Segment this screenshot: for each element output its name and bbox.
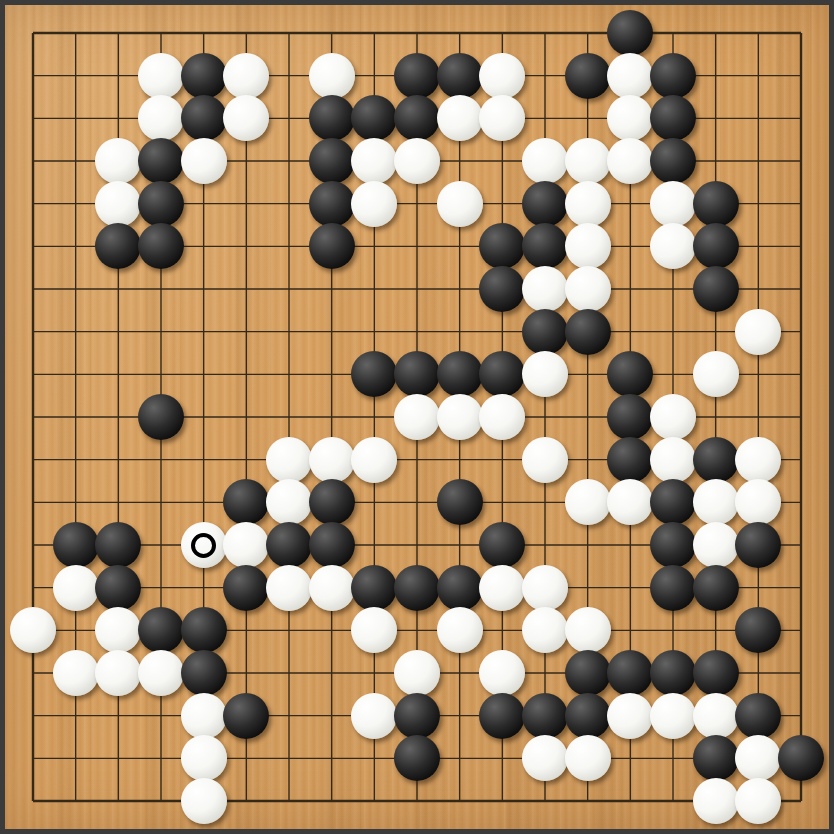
stone-white xyxy=(522,266,568,312)
stone-black xyxy=(223,565,269,611)
stone-black xyxy=(565,309,611,355)
stone-white xyxy=(309,437,355,483)
stone-white xyxy=(693,778,739,824)
stone-white xyxy=(522,565,568,611)
stone-black xyxy=(607,10,653,56)
stone-black xyxy=(650,650,696,696)
stone-white xyxy=(394,650,440,696)
stone-black xyxy=(351,565,397,611)
stone-white xyxy=(522,437,568,483)
stone-white xyxy=(650,437,696,483)
stone-black xyxy=(565,650,611,696)
stone-white xyxy=(522,351,568,397)
stone-black xyxy=(650,479,696,525)
stone-black xyxy=(309,522,355,568)
stone-black xyxy=(693,223,739,269)
stone-black xyxy=(693,181,739,227)
stone-white xyxy=(479,565,525,611)
stone-black xyxy=(735,693,781,739)
stone-white xyxy=(138,650,184,696)
stone-white xyxy=(735,778,781,824)
stone-black xyxy=(650,95,696,141)
go-board[interactable] xyxy=(0,0,834,834)
stone-white xyxy=(522,607,568,653)
stone-white xyxy=(266,479,312,525)
stone-black xyxy=(181,650,227,696)
stone-black xyxy=(693,437,739,483)
stone-white xyxy=(565,138,611,184)
stone-black xyxy=(95,565,141,611)
stone-black xyxy=(309,95,355,141)
stone-black xyxy=(565,693,611,739)
stone-white xyxy=(309,565,355,611)
last-move-marker xyxy=(191,533,216,558)
stone-black xyxy=(522,693,568,739)
stone-white xyxy=(53,650,99,696)
stone-black xyxy=(650,565,696,611)
stone-black xyxy=(437,565,483,611)
stone-white xyxy=(138,95,184,141)
stone-black xyxy=(138,394,184,440)
stone-white xyxy=(565,479,611,525)
stone-white xyxy=(394,138,440,184)
stone-white xyxy=(181,522,227,568)
stone-white xyxy=(565,181,611,227)
stone-white xyxy=(479,53,525,99)
stone-white xyxy=(650,693,696,739)
stone-black xyxy=(394,735,440,781)
stone-black xyxy=(565,53,611,99)
stone-black xyxy=(394,693,440,739)
stone-white xyxy=(650,181,696,227)
stone-black xyxy=(181,95,227,141)
stone-black xyxy=(693,565,739,611)
stone-white xyxy=(266,565,312,611)
stone-black xyxy=(735,522,781,568)
stone-white xyxy=(394,394,440,440)
stone-black xyxy=(138,607,184,653)
stone-white xyxy=(437,607,483,653)
stone-white xyxy=(735,437,781,483)
stone-black xyxy=(479,266,525,312)
stone-white xyxy=(607,53,653,99)
stone-white xyxy=(607,693,653,739)
stone-white xyxy=(437,181,483,227)
stone-black xyxy=(53,522,99,568)
stone-black xyxy=(437,351,483,397)
stone-white xyxy=(351,138,397,184)
stone-white xyxy=(693,351,739,397)
stone-white xyxy=(351,181,397,227)
stone-white xyxy=(565,266,611,312)
stone-white xyxy=(565,223,611,269)
stone-black xyxy=(650,53,696,99)
stone-black xyxy=(138,138,184,184)
stone-white xyxy=(522,138,568,184)
stone-black xyxy=(181,607,227,653)
stone-white xyxy=(650,394,696,440)
stone-white xyxy=(735,309,781,355)
stone-black xyxy=(223,693,269,739)
stone-white xyxy=(95,650,141,696)
stone-white xyxy=(437,95,483,141)
stone-black xyxy=(607,437,653,483)
stone-white xyxy=(266,437,312,483)
stone-white xyxy=(181,138,227,184)
stone-black xyxy=(650,138,696,184)
stone-white xyxy=(181,735,227,781)
stone-black xyxy=(309,138,355,184)
stone-black xyxy=(95,522,141,568)
stone-black xyxy=(479,693,525,739)
stone-white xyxy=(10,607,56,653)
stone-white xyxy=(693,522,739,568)
stone-black xyxy=(181,53,227,99)
stone-white xyxy=(138,53,184,99)
stone-white xyxy=(607,138,653,184)
stone-white xyxy=(565,735,611,781)
stone-white xyxy=(181,778,227,824)
stone-black xyxy=(309,223,355,269)
stone-white xyxy=(95,138,141,184)
stone-black xyxy=(138,181,184,227)
stone-black xyxy=(693,650,739,696)
stone-black xyxy=(309,479,355,525)
stone-white xyxy=(650,223,696,269)
stone-white xyxy=(181,693,227,739)
stone-white xyxy=(437,394,483,440)
stone-black xyxy=(437,479,483,525)
stone-black xyxy=(394,351,440,397)
stone-black xyxy=(778,735,824,781)
stone-black xyxy=(394,565,440,611)
stone-white xyxy=(53,565,99,611)
stone-black xyxy=(138,223,184,269)
stone-black xyxy=(693,266,739,312)
stone-white xyxy=(95,181,141,227)
stone-black xyxy=(693,735,739,781)
stone-black xyxy=(650,522,696,568)
stone-black xyxy=(522,223,568,269)
stone-black xyxy=(522,309,568,355)
stone-white xyxy=(223,53,269,99)
stone-white xyxy=(223,522,269,568)
stone-black xyxy=(522,181,568,227)
stone-white xyxy=(479,650,525,696)
stone-white xyxy=(565,607,611,653)
stone-black xyxy=(607,650,653,696)
stone-black xyxy=(266,522,312,568)
stone-white xyxy=(309,53,355,99)
stone-white xyxy=(693,693,739,739)
stone-black xyxy=(607,394,653,440)
stone-black xyxy=(309,181,355,227)
stone-black xyxy=(394,53,440,99)
stone-white xyxy=(351,693,397,739)
stone-white xyxy=(479,394,525,440)
stone-black xyxy=(437,53,483,99)
stone-white xyxy=(351,437,397,483)
stone-white xyxy=(693,479,739,525)
stone-black xyxy=(479,522,525,568)
stone-black xyxy=(394,95,440,141)
stone-white xyxy=(522,735,568,781)
